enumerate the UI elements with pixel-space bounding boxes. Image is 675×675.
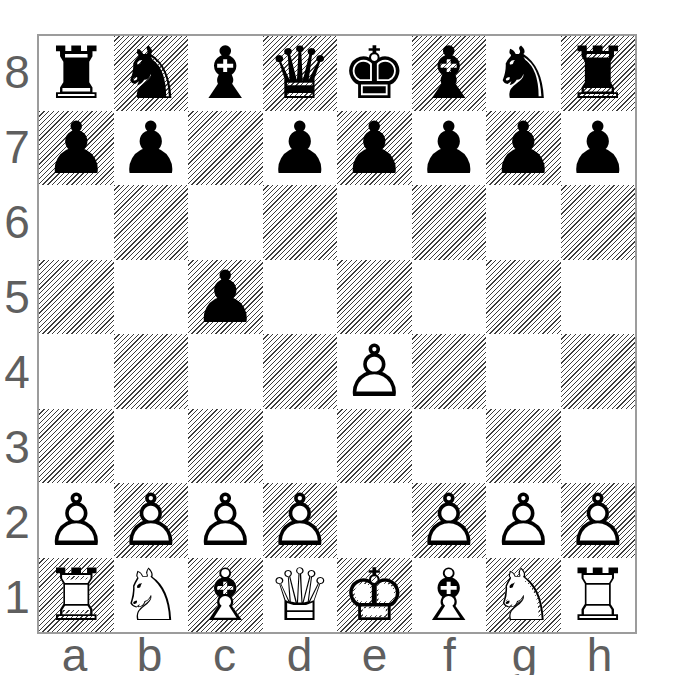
white-pawn-outline: ♙: [337, 334, 412, 409]
square-a7[interactable]: ♟: [39, 111, 114, 186]
square-a2[interactable]: ♟♙: [39, 483, 114, 558]
square-b5[interactable]: [114, 260, 189, 335]
white-pawn-outline: ♙: [39, 483, 114, 558]
square-a3[interactable]: [39, 409, 114, 484]
file-label-h: h: [562, 634, 637, 675]
square-c6[interactable]: [188, 185, 263, 260]
white-pawn: ♟♙: [188, 483, 263, 558]
white-knight-outline: ♘: [114, 558, 189, 633]
white-bishop: ♝♗: [412, 558, 487, 633]
white-pawn: ♟♙: [263, 483, 338, 558]
square-g6[interactable]: [486, 185, 561, 260]
black-bishop: ♝: [416, 37, 481, 109]
rank-label-2: 2: [0, 484, 34, 559]
file-label-a: a: [37, 634, 112, 675]
rank-label-1: 1: [0, 559, 34, 634]
square-d2[interactable]: ♟♙: [263, 483, 338, 558]
square-g8[interactable]: ♞: [486, 36, 561, 111]
white-pawn-outline: ♙: [561, 483, 636, 558]
square-h5[interactable]: [561, 260, 636, 335]
square-f7[interactable]: ♟: [412, 111, 487, 186]
square-d7[interactable]: ♟: [263, 111, 338, 186]
square-c5[interactable]: ♟: [188, 260, 263, 335]
black-pawn: ♟: [193, 261, 258, 333]
black-king: ♚: [342, 37, 407, 109]
square-g3[interactable]: [486, 409, 561, 484]
square-b7[interactable]: ♟: [114, 111, 189, 186]
white-pawn: ♟♙: [337, 334, 412, 409]
square-a1[interactable]: ♜♖: [39, 558, 114, 633]
white-queen: ♛♕: [263, 558, 338, 633]
black-pawn: ♟: [565, 112, 630, 184]
square-e8[interactable]: ♚: [337, 36, 412, 111]
white-queen-outline: ♕: [263, 558, 338, 633]
black-queen: ♛: [267, 37, 332, 109]
square-h6[interactable]: [561, 185, 636, 260]
square-f6[interactable]: [412, 185, 487, 260]
square-b3[interactable]: [114, 409, 189, 484]
rank-label-8: 8: [0, 34, 34, 109]
square-d5[interactable]: [263, 260, 338, 335]
black-knight: ♞: [491, 37, 556, 109]
square-f1[interactable]: ♝♗: [412, 558, 487, 633]
white-pawn: ♟♙: [486, 483, 561, 558]
square-a4[interactable]: [39, 334, 114, 409]
square-b4[interactable]: [114, 334, 189, 409]
rank-label-6: 6: [0, 184, 34, 259]
white-king-outline: ♔: [337, 558, 412, 633]
square-g5[interactable]: [486, 260, 561, 335]
file-label-d: d: [262, 634, 337, 675]
square-h7[interactable]: ♟: [561, 111, 636, 186]
black-bishop: ♝: [193, 37, 258, 109]
square-f3[interactable]: [412, 409, 487, 484]
rank-label-3: 3: [0, 409, 34, 484]
white-pawn-outline: ♙: [188, 483, 263, 558]
square-e7[interactable]: ♟: [337, 111, 412, 186]
white-pawn: ♟♙: [39, 483, 114, 558]
rank-label-5: 5: [0, 259, 34, 334]
square-f2[interactable]: ♟♙: [412, 483, 487, 558]
white-pawn-outline: ♙: [412, 483, 487, 558]
white-pawn: ♟♙: [114, 483, 189, 558]
white-bishop-outline: ♗: [412, 558, 487, 633]
square-g4[interactable]: [486, 334, 561, 409]
square-e2[interactable]: [337, 483, 412, 558]
white-pawn: ♟♙: [561, 483, 636, 558]
square-c1[interactable]: ♝♗: [188, 558, 263, 633]
white-rook: ♜♖: [561, 558, 636, 633]
white-pawn: ♟♙: [412, 483, 487, 558]
square-h2[interactable]: ♟♙: [561, 483, 636, 558]
square-h3[interactable]: [561, 409, 636, 484]
square-a5[interactable]: [39, 260, 114, 335]
black-pawn: ♟: [118, 112, 183, 184]
white-rook: ♜♖: [39, 558, 114, 633]
square-e6[interactable]: [337, 185, 412, 260]
square-c4[interactable]: [188, 334, 263, 409]
square-e3[interactable]: [337, 409, 412, 484]
square-a8[interactable]: ♜: [39, 36, 114, 111]
black-rook: ♜: [565, 37, 630, 109]
square-f5[interactable]: [412, 260, 487, 335]
square-b1[interactable]: ♞♘: [114, 558, 189, 633]
file-label-g: g: [487, 634, 562, 675]
square-c8[interactable]: ♝: [188, 36, 263, 111]
black-pawn: ♟: [342, 112, 407, 184]
square-f8[interactable]: ♝: [412, 36, 487, 111]
square-h8[interactable]: ♜: [561, 36, 636, 111]
square-g1[interactable]: ♞♘: [486, 558, 561, 633]
file-label-e: e: [337, 634, 412, 675]
file-label-b: b: [112, 634, 187, 675]
square-h1[interactable]: ♜♖: [561, 558, 636, 633]
rank-label-7: 7: [0, 109, 34, 184]
white-knight: ♞♘: [486, 558, 561, 633]
white-knight: ♞♘: [114, 558, 189, 633]
white-pawn-outline: ♙: [114, 483, 189, 558]
square-d1[interactable]: ♛♕: [263, 558, 338, 633]
square-d3[interactable]: [263, 409, 338, 484]
square-a6[interactable]: [39, 185, 114, 260]
chess-diagram: ♜♞♝♛♚♝♞♜♟♟♟♟♟♟♟♟♟♙♟♙♟♙♟♙♟♙♟♙♟♙♟♙♜♖♞♘♝♗♛♕…: [0, 0, 675, 675]
square-d8[interactable]: ♛: [263, 36, 338, 111]
square-e5[interactable]: [337, 260, 412, 335]
white-pawn-outline: ♙: [263, 483, 338, 558]
square-h4[interactable]: [561, 334, 636, 409]
white-bishop-outline: ♗: [188, 558, 263, 633]
rank-label-4: 4: [0, 334, 34, 409]
white-bishop: ♝♗: [188, 558, 263, 633]
chess-board: ♜♞♝♛♚♝♞♜♟♟♟♟♟♟♟♟♟♙♟♙♟♙♟♙♟♙♟♙♟♙♟♙♜♖♞♘♝♗♛♕…: [37, 34, 637, 634]
file-label-c: c: [187, 634, 262, 675]
black-pawn: ♟: [416, 112, 481, 184]
square-c2[interactable]: ♟♙: [188, 483, 263, 558]
white-pawn-outline: ♙: [486, 483, 561, 558]
square-d4[interactable]: [263, 334, 338, 409]
file-label-f: f: [412, 634, 487, 675]
white-rook-outline: ♖: [39, 558, 114, 633]
white-king: ♚♔: [337, 558, 412, 633]
square-g2[interactable]: ♟♙: [486, 483, 561, 558]
square-c7[interactable]: [188, 111, 263, 186]
square-f4[interactable]: [412, 334, 487, 409]
square-g7[interactable]: ♟: [486, 111, 561, 186]
white-rook-outline: ♖: [561, 558, 636, 633]
black-pawn: ♟: [267, 112, 332, 184]
square-b6[interactable]: [114, 185, 189, 260]
black-rook: ♜: [44, 37, 109, 109]
square-e1[interactable]: ♚♔: [337, 558, 412, 633]
square-b2[interactable]: ♟♙: [114, 483, 189, 558]
black-pawn: ♟: [491, 112, 556, 184]
square-b8[interactable]: ♞: [114, 36, 189, 111]
black-pawn: ♟: [44, 112, 109, 184]
white-knight-outline: ♘: [486, 558, 561, 633]
square-c3[interactable]: [188, 409, 263, 484]
square-d6[interactable]: [263, 185, 338, 260]
black-knight: ♞: [118, 37, 183, 109]
square-e4[interactable]: ♟♙: [337, 334, 412, 409]
